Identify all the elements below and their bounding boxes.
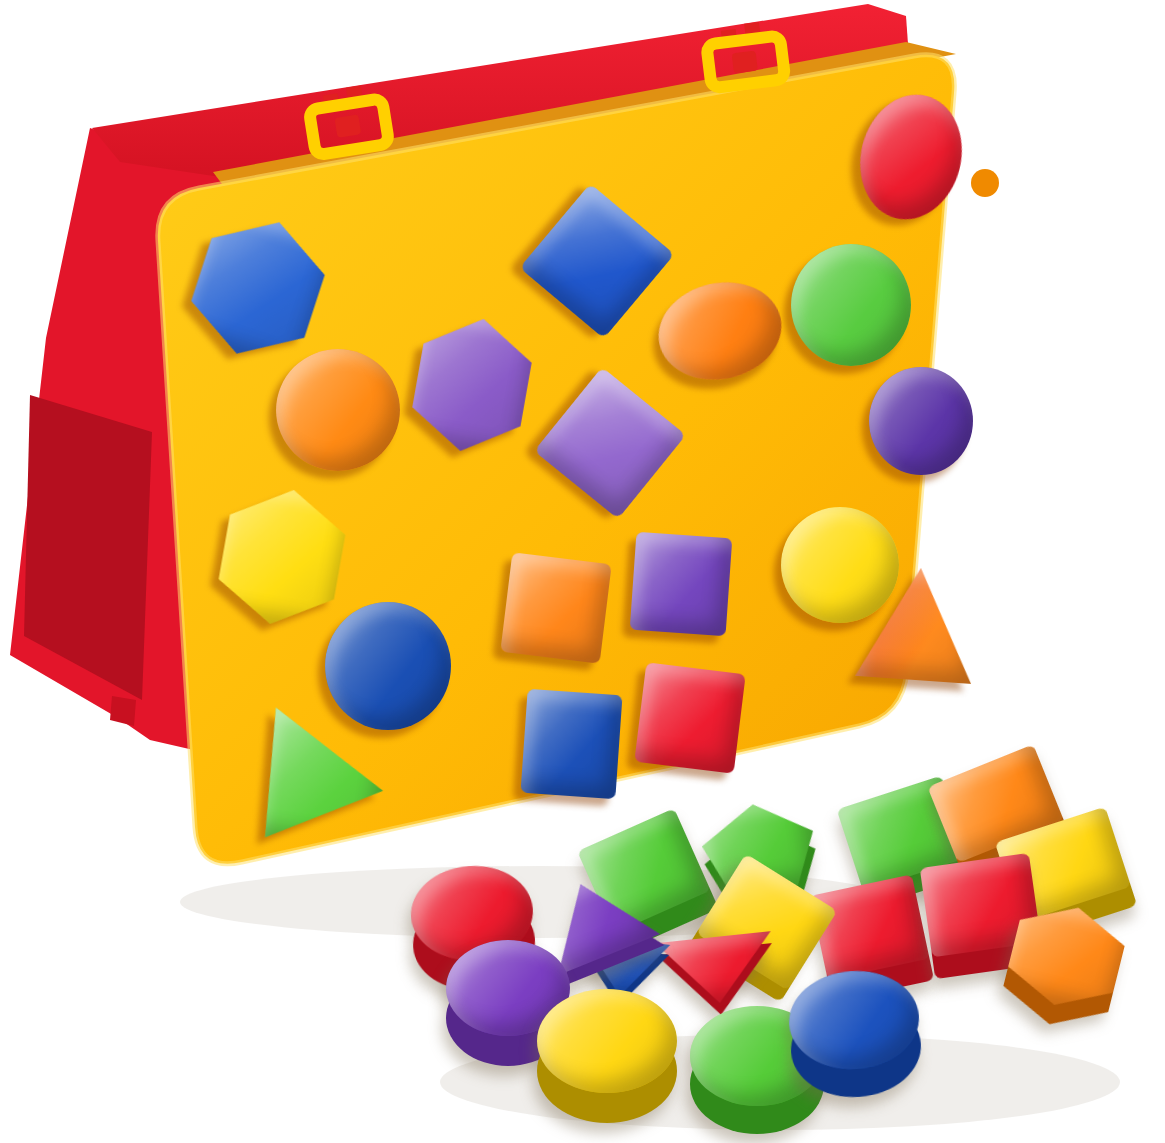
triangle-right-top-face [256, 707, 393, 852]
circle-top-face [791, 244, 911, 366]
piece-red-square[interactable] [634, 662, 745, 773]
piece-blue-square[interactable] [520, 184, 675, 339]
piece-purple-circle[interactable] [869, 367, 973, 475]
piece-blue-circle[interactable] [325, 602, 451, 730]
square-top-face [520, 689, 622, 799]
piece-blue-cylinder[interactable] [786, 967, 924, 1102]
circle-top-face [649, 271, 790, 391]
square-top-face [630, 532, 733, 636]
piece-orange-circle[interactable] [649, 271, 790, 391]
piece-blue-square[interactable] [520, 689, 622, 799]
piece-yellow-cylinder[interactable] [537, 989, 677, 1123]
piece-orange-square[interactable] [500, 552, 611, 663]
piece-purple-square[interactable] [534, 367, 686, 519]
piece-purple-square[interactable] [630, 532, 733, 636]
piece-orange-triangle-up[interactable] [855, 564, 979, 684]
circle-top-face [325, 602, 451, 730]
circle-top-face [847, 84, 975, 230]
square-top-face [534, 367, 686, 519]
stage [0, 0, 1165, 1143]
cylinder-top-face [537, 989, 677, 1093]
circle-top-face [869, 367, 973, 475]
circle-top-face [276, 349, 400, 471]
square-top-face [520, 184, 675, 339]
piece-purple-hexagon[interactable] [400, 308, 543, 461]
piece-green-circle[interactable] [791, 244, 911, 366]
square-top-face [500, 552, 611, 663]
piece-orange-circle[interactable] [276, 349, 400, 471]
piece-green-triangle-right[interactable] [256, 707, 393, 852]
pieces-layer [0, 0, 1165, 1143]
square-top-face [634, 662, 745, 773]
hexagon-top-face [400, 308, 543, 461]
piece-red-circle[interactable] [847, 84, 975, 230]
triangle-up-top-face [855, 564, 979, 684]
